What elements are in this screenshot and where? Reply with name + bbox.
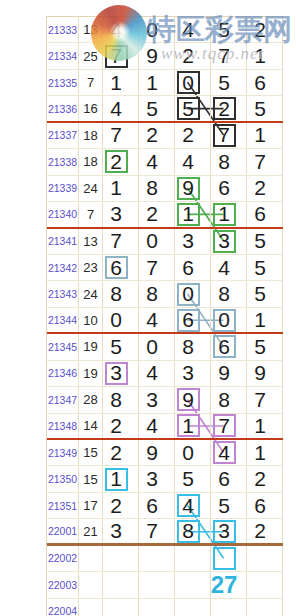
sum-cell: 24 [79, 176, 103, 201]
issue-cell: 21339 [47, 176, 79, 201]
digit-box: 3 [213, 230, 236, 253]
digit-box: 4 [213, 441, 236, 464]
sum-cell: 23 [79, 255, 103, 280]
digit-cell: 3 [175, 229, 211, 254]
digit-cell: 1 [175, 414, 211, 438]
prediction-number: 27 [211, 571, 238, 599]
digit-cell: 4 [175, 17, 211, 42]
digit-cell: 0 [103, 308, 139, 332]
digit-cell: 27 [211, 572, 247, 597]
table-row: 21340732116 [47, 202, 283, 228]
digit-cell [175, 572, 211, 597]
digit-cell: 6 [247, 70, 283, 95]
digit-box: 3 [213, 520, 236, 543]
issue-cell: 21349 [47, 440, 79, 465]
sum-cell: 15 [79, 466, 103, 491]
digit-cell: 0 [139, 17, 175, 42]
digit-cell: 2 [211, 96, 247, 120]
digit-cell: 1 [247, 308, 283, 332]
digit-cell: 5 [103, 334, 139, 359]
sum-cell: 13 [79, 229, 103, 254]
digit-cell: 4 [211, 440, 247, 465]
digit-cell [139, 546, 175, 571]
digit-cell: 2 [103, 149, 139, 174]
table-row: 213392418962 [47, 176, 283, 202]
issue-cell: 21344 [47, 308, 79, 332]
issue-cell: 21342 [47, 255, 79, 280]
issue-cell: 21351 [47, 493, 79, 518]
digit-cell: 4 [175, 149, 211, 174]
digit-cell: 6 [175, 255, 211, 280]
digit-cell: 1 [247, 414, 283, 438]
digit-box: 1 [213, 203, 236, 226]
digit-cell: 0 [175, 440, 211, 465]
table-row: 213441004601 [47, 308, 283, 334]
sum-cell [79, 546, 103, 571]
digit-cell: 2 [103, 440, 139, 465]
sum-cell: 10 [79, 308, 103, 332]
digit-cell: 9 [139, 440, 175, 465]
digit-cell: 8 [139, 281, 175, 306]
digit-cell: 8 [211, 149, 247, 174]
digit-box: 0 [177, 283, 200, 306]
digit-cell: 7 [103, 123, 139, 148]
digit-cell: 3 [211, 519, 247, 542]
digit-cell: 9 [211, 361, 247, 386]
sum-cell: 25 [79, 43, 103, 68]
digit-cell [211, 546, 247, 571]
digit-box: 2 [105, 150, 128, 173]
digit-cell: 1 [139, 70, 175, 95]
sum-cell: 7 [79, 202, 103, 226]
issue-cell: 22003 [47, 572, 79, 597]
issue-cell: 21343 [47, 281, 79, 306]
digit-box: 6 [213, 335, 236, 358]
digit-cell: 3 [139, 387, 175, 412]
table-row: 213342579271 [47, 43, 283, 69]
digit-cell [247, 599, 283, 616]
trend-board: 2133313404522133425792712133571105621336… [46, 16, 283, 616]
digit-cell: 7 [247, 387, 283, 412]
sum-cell: 16 [79, 96, 103, 120]
digit-cell: 7 [103, 229, 139, 254]
digit-box [213, 547, 236, 570]
digit-cell: 1 [247, 123, 283, 148]
digit-cell: 2 [175, 43, 211, 68]
table-row: 213331340452 [47, 17, 283, 43]
digit-cell: 6 [103, 255, 139, 280]
digit-cell: 2 [103, 493, 139, 518]
digit-cell: 5 [247, 334, 283, 359]
table-row: 213491529041 [47, 440, 283, 466]
digit-cell: 4 [139, 308, 175, 332]
digit-cell [175, 599, 211, 616]
digit-cell: 5 [175, 96, 211, 120]
digit-cell: 0 [175, 70, 211, 95]
issue-cell: 22001 [47, 519, 79, 542]
digit-cell: 6 [247, 493, 283, 518]
digit-cell: 3 [139, 466, 175, 491]
digit-cell: 6 [175, 308, 211, 332]
sum-cell [79, 572, 103, 597]
digit-cell: 4 [103, 17, 139, 42]
digit-box: 0 [213, 309, 236, 332]
issue-cell: 21341 [47, 229, 79, 254]
digit-box: 7 [213, 124, 236, 147]
digit-box: 2 [213, 97, 236, 120]
digit-cell: 5 [247, 281, 283, 306]
digit-cell: 7 [247, 149, 283, 174]
digit-box: 7 [213, 414, 236, 437]
digit-cell: 2 [139, 123, 175, 148]
digit-cell: 8 [175, 519, 211, 542]
digit-cell: 9 [175, 387, 211, 412]
digit-cell: 7 [139, 519, 175, 542]
digit-cell: 1 [103, 70, 139, 95]
table-row: 213361645525 [47, 96, 283, 122]
table-row: 213451950865 [47, 334, 283, 360]
digit-cell: 1 [103, 176, 139, 201]
table-row: 2200327 [47, 572, 283, 598]
digit-cell [175, 546, 211, 571]
lottery-trend-chart: 2133313404522133425792712133571105621336… [0, 0, 296, 616]
digit-cell: 1 [103, 466, 139, 491]
issue-cell: 22004 [47, 599, 79, 616]
digit-cell: 7 [139, 255, 175, 280]
table-row: 213511726456 [47, 493, 283, 519]
digit-cell: 7 [103, 43, 139, 68]
digit-cell: 1 [211, 202, 247, 226]
digit-box: 4 [177, 494, 200, 517]
issue-cell: 21338 [47, 149, 79, 174]
sum-cell: 28 [79, 387, 103, 412]
digit-cell: 3 [175, 361, 211, 386]
sum-cell: 7 [79, 70, 103, 95]
sum-cell [79, 599, 103, 616]
digit-cell [247, 572, 283, 597]
issue-cell: 21337 [47, 123, 79, 148]
digit-cell: 4 [139, 414, 175, 438]
digit-cell: 4 [211, 255, 247, 280]
digit-cell: 1 [247, 43, 283, 68]
issue-cell: 21334 [47, 43, 79, 68]
digit-cell: 2 [247, 519, 283, 542]
digit-cell: 8 [103, 387, 139, 412]
digit-box: 0 [177, 71, 200, 94]
digit-cell: 4 [103, 96, 139, 120]
digit-cell: 2 [175, 123, 211, 148]
issue-cell: 21335 [47, 70, 79, 95]
digit-cell: 5 [175, 466, 211, 491]
digit-cell: 2 [139, 202, 175, 226]
digit-cell: 0 [139, 334, 175, 359]
digit-cell: 7 [211, 43, 247, 68]
digit-cell: 0 [175, 281, 211, 306]
table-row: 213432488085 [47, 281, 283, 307]
issue-cell: 21336 [47, 96, 79, 120]
table-row: 220012137832 [47, 519, 283, 545]
digit-box: 1 [177, 203, 200, 226]
issue-cell: 21350 [47, 466, 79, 491]
digit-box: 5 [177, 97, 200, 120]
digit-cell [103, 599, 139, 616]
digit-cell [247, 546, 283, 571]
table-row: 21335711056 [47, 70, 283, 96]
digit-cell [103, 572, 139, 597]
digit-cell: 3 [103, 519, 139, 542]
digit-cell: 9 [175, 176, 211, 201]
digit-cell: 6 [247, 202, 283, 226]
sum-cell: 19 [79, 361, 103, 386]
sum-cell: 13 [79, 17, 103, 42]
digit-box: 9 [177, 177, 200, 200]
table-row: 213411370335 [47, 229, 283, 255]
digit-cell: 5 [139, 96, 175, 120]
sum-cell: 18 [79, 149, 103, 174]
digit-cell: 2 [103, 414, 139, 438]
digit-box: 8 [177, 520, 200, 543]
digit-cell: 3 [211, 229, 247, 254]
issue-cell: 21346 [47, 361, 79, 386]
sum-cell: 17 [79, 493, 103, 518]
digit-cell: 2 [247, 176, 283, 201]
table-row: 22002 [47, 546, 283, 572]
digit-cell: 4 [139, 361, 175, 386]
sum-cell: 24 [79, 281, 103, 306]
digit-cell: 7 [211, 123, 247, 148]
digit-cell: 4 [175, 493, 211, 518]
digit-cell: 5 [247, 229, 283, 254]
digit-cell: 5 [247, 96, 283, 120]
sum-cell: 14 [79, 414, 103, 438]
digit-cell: 0 [139, 229, 175, 254]
digit-cell: 9 [139, 43, 175, 68]
table-row: 213371872271 [47, 123, 283, 149]
digit-cell: 5 [247, 255, 283, 280]
digit-cell [211, 599, 247, 616]
digit-cell: 7 [211, 414, 247, 438]
digit-cell: 2 [247, 466, 283, 491]
digit-cell: 8 [211, 387, 247, 412]
digit-cell: 6 [211, 466, 247, 491]
digit-cell: 6 [211, 334, 247, 359]
digit-cell: 9 [247, 361, 283, 386]
table-row: 213481424171 [47, 414, 283, 440]
digit-cell: 3 [103, 202, 139, 226]
digit-box: 1 [177, 414, 200, 437]
digit-cell: 8 [211, 281, 247, 306]
sum-cell: 21 [79, 519, 103, 542]
table-row: 213461934399 [47, 361, 283, 387]
issue-cell: 21347 [47, 387, 79, 412]
issue-cell: 21340 [47, 202, 79, 226]
digit-cell [139, 599, 175, 616]
issue-cell: 22002 [47, 546, 79, 571]
table-row: 213501513562 [47, 466, 283, 492]
sum-cell: 15 [79, 440, 103, 465]
digit-box: 6 [105, 256, 128, 279]
table-row: 22004 [47, 599, 283, 616]
table-row: 213422367645 [47, 255, 283, 281]
digit-cell: 4 [139, 149, 175, 174]
digit-cell: 1 [247, 440, 283, 465]
digit-cell: 5 [211, 70, 247, 95]
digit-cell: 1 [175, 202, 211, 226]
digit-box: 1 [105, 468, 128, 491]
digit-cell: 8 [103, 281, 139, 306]
digit-cell [139, 572, 175, 597]
digit-cell: 8 [175, 334, 211, 359]
digit-box: 6 [177, 309, 200, 332]
digit-cell [103, 546, 139, 571]
table-row: 213472883987 [47, 387, 283, 413]
sum-cell: 18 [79, 123, 103, 148]
digit-box: 7 [105, 45, 128, 68]
digit-box: 3 [105, 362, 128, 385]
digit-cell: 5 [211, 17, 247, 42]
table-row: 213381824487 [47, 149, 283, 175]
digit-cell: 5 [211, 493, 247, 518]
digit-cell: 8 [139, 176, 175, 201]
digit-cell: 3 [103, 361, 139, 386]
issue-cell: 21348 [47, 414, 79, 438]
digit-cell: 6 [211, 176, 247, 201]
sum-cell: 19 [79, 334, 103, 359]
digit-cell: 2 [247, 17, 283, 42]
digit-cell: 0 [211, 308, 247, 332]
issue-cell: 21345 [47, 334, 79, 359]
issue-cell: 21333 [47, 17, 79, 42]
digit-cell: 6 [139, 493, 175, 518]
digit-box: 9 [177, 388, 200, 411]
